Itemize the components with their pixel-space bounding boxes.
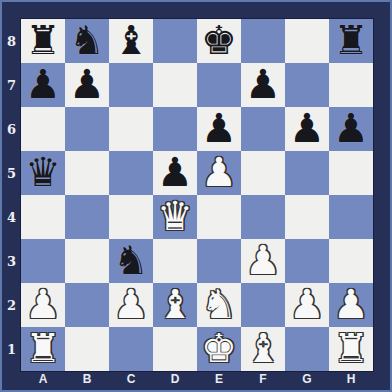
black-pawn: ♟ — [69, 63, 105, 106]
square-e7[interactable] — [197, 63, 241, 107]
rank-label-2: 2 — [2, 283, 21, 327]
square-f1[interactable]: ♝ — [241, 327, 285, 371]
black-queen: ♛ — [25, 151, 61, 194]
black-knight: ♞ — [69, 19, 105, 62]
square-a5[interactable]: ♛ — [21, 151, 65, 195]
file-label-c: C — [109, 371, 153, 390]
square-h2[interactable]: ♟ — [329, 283, 373, 327]
black-pawn: ♟ — [201, 107, 237, 150]
square-e8[interactable]: ♚ — [197, 19, 241, 63]
square-f6[interactable] — [241, 107, 285, 151]
square-g3[interactable] — [285, 239, 329, 283]
chess-board: ♜♞♝♚♜♟♟♟♟♟♟♛♟♟♛♞♟♟♟♝♞♟♟♜♚♝♜ — [21, 19, 373, 371]
square-b5[interactable] — [65, 151, 109, 195]
square-b6[interactable] — [65, 107, 109, 151]
square-e4[interactable] — [197, 195, 241, 239]
black-pawn: ♟ — [289, 107, 325, 150]
black-pawn: ♟ — [333, 107, 369, 150]
square-h3[interactable] — [329, 239, 373, 283]
square-g7[interactable] — [285, 63, 329, 107]
square-b2[interactable] — [65, 283, 109, 327]
black-king: ♚ — [201, 19, 237, 62]
file-label-b: B — [65, 371, 109, 390]
white-pawn: ♟ — [113, 283, 149, 326]
square-c8[interactable]: ♝ — [109, 19, 153, 63]
white-pawn: ♟ — [201, 151, 237, 194]
white-pawn: ♟ — [289, 283, 325, 326]
square-b3[interactable] — [65, 239, 109, 283]
black-pawn: ♟ — [157, 151, 193, 194]
white-pawn: ♟ — [333, 283, 369, 326]
rank-label-8: 8 — [2, 19, 21, 63]
square-h5[interactable] — [329, 151, 373, 195]
square-e1[interactable]: ♚ — [197, 327, 241, 371]
black-pawn: ♟ — [245, 63, 281, 106]
square-c6[interactable] — [109, 107, 153, 151]
rank-label-6: 6 — [2, 107, 21, 151]
file-label-a: A — [21, 371, 65, 390]
file-label-f: F — [241, 371, 285, 390]
black-bishop: ♝ — [113, 19, 149, 62]
white-rook: ♜ — [25, 327, 61, 370]
square-a7[interactable]: ♟ — [21, 63, 65, 107]
rank-label-4: 4 — [2, 195, 21, 239]
square-e6[interactable]: ♟ — [197, 107, 241, 151]
square-d6[interactable] — [153, 107, 197, 151]
square-c1[interactable] — [109, 327, 153, 371]
square-d4[interactable]: ♛ — [153, 195, 197, 239]
square-g2[interactable]: ♟ — [285, 283, 329, 327]
black-rook: ♜ — [333, 19, 369, 62]
square-g1[interactable] — [285, 327, 329, 371]
square-a8[interactable]: ♜ — [21, 19, 65, 63]
white-knight: ♞ — [201, 283, 237, 326]
rank-label-5: 5 — [2, 151, 21, 195]
white-pawn: ♟ — [25, 283, 61, 326]
white-rook: ♜ — [333, 327, 369, 370]
file-label-h: H — [329, 371, 373, 390]
square-d8[interactable] — [153, 19, 197, 63]
square-c2[interactable]: ♟ — [109, 283, 153, 327]
white-king: ♚ — [201, 327, 237, 370]
square-g5[interactable] — [285, 151, 329, 195]
square-d3[interactable] — [153, 239, 197, 283]
rank-label-3: 3 — [2, 239, 21, 283]
rank-label-7: 7 — [2, 63, 21, 107]
square-d7[interactable] — [153, 63, 197, 107]
square-f5[interactable] — [241, 151, 285, 195]
square-g4[interactable] — [285, 195, 329, 239]
square-f4[interactable] — [241, 195, 285, 239]
square-a6[interactable] — [21, 107, 65, 151]
square-c4[interactable] — [109, 195, 153, 239]
square-f2[interactable] — [241, 283, 285, 327]
square-b1[interactable] — [65, 327, 109, 371]
black-pawn: ♟ — [25, 63, 61, 106]
white-pawn: ♟ — [245, 239, 281, 282]
square-f8[interactable] — [241, 19, 285, 63]
square-d2[interactable]: ♝ — [153, 283, 197, 327]
square-e2[interactable]: ♞ — [197, 283, 241, 327]
square-a3[interactable] — [21, 239, 65, 283]
square-h8[interactable]: ♜ — [329, 19, 373, 63]
square-h7[interactable] — [329, 63, 373, 107]
square-h4[interactable] — [329, 195, 373, 239]
file-label-g: G — [285, 371, 329, 390]
square-a1[interactable]: ♜ — [21, 327, 65, 371]
black-rook: ♜ — [25, 19, 61, 62]
white-bishop: ♝ — [245, 327, 281, 370]
square-a4[interactable] — [21, 195, 65, 239]
square-c7[interactable] — [109, 63, 153, 107]
square-e3[interactable] — [197, 239, 241, 283]
rank-labels: 87654321 — [2, 19, 21, 371]
file-labels: ABCDEFGH — [21, 371, 373, 390]
square-h1[interactable]: ♜ — [329, 327, 373, 371]
square-d5[interactable]: ♟ — [153, 151, 197, 195]
chess-board-frame: 87654321 ♜♞♝♚♜♟♟♟♟♟♟♛♟♟♛♞♟♟♟♝♞♟♟♜♚♝♜ ABC… — [0, 0, 392, 392]
square-g6[interactable]: ♟ — [285, 107, 329, 151]
square-h6[interactable]: ♟ — [329, 107, 373, 151]
square-a2[interactable]: ♟ — [21, 283, 65, 327]
square-g8[interactable] — [285, 19, 329, 63]
square-b4[interactable] — [65, 195, 109, 239]
square-b8[interactable]: ♞ — [65, 19, 109, 63]
square-f7[interactable]: ♟ — [241, 63, 285, 107]
file-label-d: D — [153, 371, 197, 390]
square-b7[interactable]: ♟ — [65, 63, 109, 107]
black-knight: ♞ — [113, 239, 149, 282]
square-e5[interactable]: ♟ — [197, 151, 241, 195]
white-bishop: ♝ — [157, 283, 193, 326]
square-f3[interactable]: ♟ — [241, 239, 285, 283]
white-queen: ♛ — [157, 195, 193, 238]
square-c5[interactable] — [109, 151, 153, 195]
square-d1[interactable] — [153, 327, 197, 371]
file-label-e: E — [197, 371, 241, 390]
rank-label-1: 1 — [2, 327, 21, 371]
square-c3[interactable]: ♞ — [109, 239, 153, 283]
